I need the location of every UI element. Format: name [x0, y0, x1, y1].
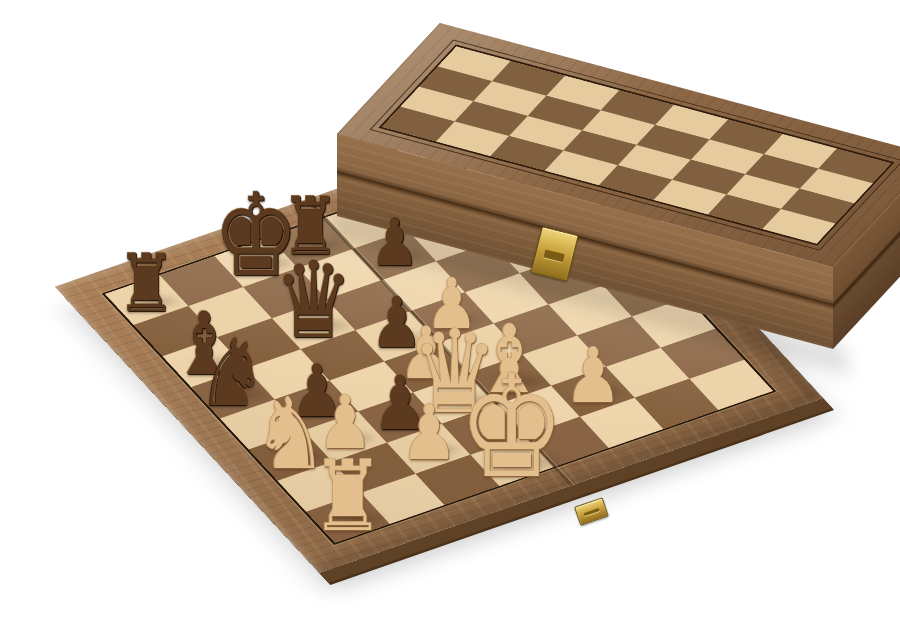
piece-shadow-d8: [298, 239, 344, 250]
piece-shadow-a5: [216, 388, 270, 401]
piece-shadow-d3: [431, 392, 498, 408]
square-f1: [580, 398, 664, 448]
piece-shadow-c6: [293, 318, 354, 333]
square-h1: [690, 360, 774, 410]
chess-set-product-photo: ♜♚♜♟♝♛♞♟♟♟♟♞♟♟♛♝♟♟♜♚: [40, 16, 900, 617]
square-a2: [278, 462, 362, 512]
piece-shadow-c3: [389, 414, 432, 424]
piece-shadow-c2: [417, 444, 461, 455]
square-a4: [220, 399, 304, 449]
square-c7: [243, 268, 327, 318]
piece-shadow-c8: [233, 255, 299, 271]
square-d7: [298, 249, 382, 299]
square-g3: [577, 317, 661, 367]
square-e2: [497, 386, 581, 436]
square-b7: [189, 287, 273, 337]
square-g1: [635, 379, 719, 429]
piece-shadow-d4: [415, 364, 457, 374]
piece-shadow-d1: [481, 452, 563, 472]
square-f4: [494, 304, 578, 354]
piece-shadow-d5: [387, 333, 428, 343]
square-b2: [332, 443, 416, 493]
piece-shadow-b3: [334, 433, 377, 443]
square-c5: [301, 330, 385, 380]
piece-shadow-b4: [306, 402, 348, 412]
piece-shadow-a1: [330, 512, 387, 526]
piece-shadow-e7: [386, 252, 424, 261]
square-a7: [134, 306, 218, 356]
piece-shadow-a8: [134, 296, 180, 307]
